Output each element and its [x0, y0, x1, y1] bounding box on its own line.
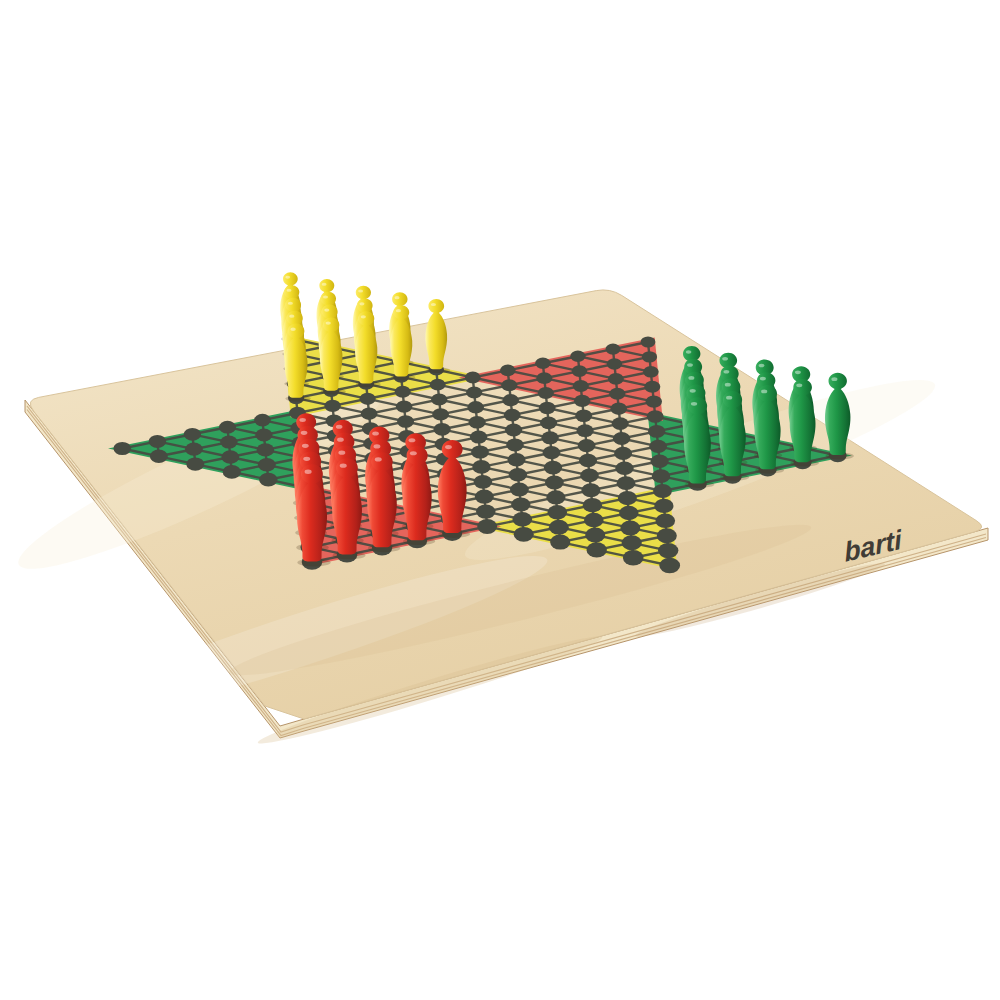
hole: [652, 469, 670, 483]
pawn-highlight: [287, 289, 292, 292]
pawn-highlight: [374, 444, 381, 448]
pawn-highlight: [687, 363, 693, 367]
pawn-highlight: [726, 396, 732, 400]
hole: [536, 372, 552, 384]
hole: [575, 410, 592, 423]
hole: [149, 435, 166, 448]
pawn-highlight: [302, 444, 309, 448]
hole: [477, 519, 497, 534]
pawn-highlight: [759, 364, 765, 368]
hole: [535, 358, 550, 369]
hole: [615, 462, 633, 476]
pawn-highlight: [288, 302, 293, 305]
hole: [470, 431, 487, 444]
hole: [656, 514, 676, 529]
hole: [434, 423, 451, 436]
hole: [646, 396, 662, 408]
hole: [618, 491, 637, 505]
hole: [506, 438, 524, 451]
pawn-highlight: [299, 418, 305, 422]
pawn-highlight: [323, 295, 328, 298]
pawn-highlight: [795, 371, 801, 375]
hole: [546, 490, 565, 504]
pawn-highlight: [322, 283, 327, 286]
hole: [544, 461, 562, 475]
hole: [475, 490, 494, 504]
hole: [184, 428, 201, 441]
pawn-highlight: [290, 328, 295, 331]
hole: [609, 388, 625, 400]
pawn-highlight: [796, 383, 802, 387]
hole: [504, 409, 521, 422]
pawn-highlight: [340, 463, 347, 467]
hole: [545, 476, 564, 490]
pawn-highlight: [760, 377, 766, 381]
pawn-highlight: [372, 431, 379, 435]
hole: [430, 379, 446, 391]
hole: [644, 381, 660, 393]
hole: [587, 542, 607, 557]
hole: [255, 429, 272, 442]
hole: [579, 454, 597, 467]
product-photo: barti: [0, 0, 1000, 1000]
hole: [468, 401, 484, 413]
hole: [513, 512, 533, 527]
pawn-highlight: [303, 457, 310, 461]
hole: [503, 394, 519, 406]
pawn-highlight: [445, 445, 452, 449]
hole: [577, 424, 594, 437]
hole: [185, 443, 203, 456]
pawn-highlight: [324, 308, 329, 311]
hole: [511, 497, 530, 511]
hole: [610, 403, 627, 415]
hole: [431, 393, 447, 405]
hole: [466, 386, 482, 398]
hole: [657, 528, 677, 543]
pawn-highlight: [831, 377, 837, 381]
pawn-highlight: [691, 402, 697, 406]
hole: [258, 458, 276, 471]
hole: [254, 414, 271, 427]
hole: [541, 431, 558, 444]
hole: [514, 527, 534, 542]
hole: [651, 455, 669, 468]
pawn-highlight: [722, 357, 728, 361]
hole: [574, 395, 590, 407]
hole: [361, 408, 378, 420]
hole: [223, 465, 241, 479]
hole: [508, 453, 526, 466]
hole: [114, 442, 132, 455]
hole: [573, 380, 589, 392]
pawn-highlight: [761, 390, 767, 394]
hole: [659, 558, 680, 574]
hole: [505, 424, 522, 437]
pawn-highlight: [358, 289, 363, 292]
hole: [540, 417, 557, 430]
pawn-highlight: [326, 321, 331, 324]
hole: [472, 460, 490, 474]
hole: [648, 425, 665, 438]
hole: [614, 447, 632, 460]
hole: [360, 393, 376, 405]
hole: [324, 400, 340, 412]
pawn-highlight: [289, 315, 294, 318]
pawn-highlight: [336, 425, 343, 429]
pawn-highlight: [396, 309, 401, 312]
hole: [647, 410, 664, 423]
hole: [465, 372, 481, 384]
hole: [642, 351, 657, 362]
hole: [617, 476, 636, 490]
scene: [0, 0, 1000, 1000]
game-board: [6, 290, 988, 752]
hole: [186, 457, 204, 470]
hole: [653, 484, 672, 498]
pawn-highlight: [725, 383, 731, 387]
pawn-highlight: [338, 451, 345, 455]
pawn-highlight: [686, 350, 692, 353]
hole: [510, 483, 529, 497]
hole: [578, 439, 596, 452]
pawn-highlight: [723, 370, 729, 374]
pawn-highlight: [301, 431, 308, 435]
hole: [469, 416, 486, 429]
hole: [606, 344, 621, 355]
hole: [220, 436, 237, 449]
hole: [476, 504, 495, 518]
hole: [641, 337, 656, 348]
hole: [471, 445, 489, 458]
hole: [550, 535, 570, 550]
pawn-highlight: [285, 276, 290, 279]
hole: [584, 513, 604, 528]
hole: [396, 400, 412, 412]
hole: [257, 443, 275, 456]
pawn-highlight: [305, 470, 312, 474]
hole: [548, 505, 567, 519]
pawn-highlight: [337, 438, 344, 442]
hole: [500, 365, 515, 377]
hole: [608, 373, 624, 385]
hole: [509, 468, 527, 482]
hole: [623, 550, 644, 565]
hole: [582, 483, 601, 497]
hole: [622, 535, 642, 550]
hole: [397, 415, 414, 428]
pawn-highlight: [690, 389, 696, 393]
hole: [549, 520, 569, 535]
pawn-highlight: [410, 451, 417, 455]
hole: [572, 365, 588, 377]
pawn-highlight: [431, 303, 436, 306]
pawn-highlight: [395, 296, 400, 299]
hole: [613, 432, 630, 445]
pawn-highlight: [409, 438, 416, 442]
hole: [643, 366, 659, 378]
hole: [658, 543, 678, 558]
hole: [580, 469, 598, 483]
hole: [649, 440, 667, 453]
pawn-highlight: [359, 302, 364, 305]
hole: [219, 421, 236, 434]
hole: [583, 498, 602, 512]
hole: [619, 506, 638, 520]
hole: [221, 450, 239, 463]
hole: [538, 387, 554, 399]
hole: [620, 521, 640, 536]
hole: [395, 386, 411, 398]
hole: [474, 475, 493, 489]
hole: [654, 499, 673, 513]
hole: [259, 473, 277, 487]
hole: [585, 528, 605, 543]
hole: [570, 351, 585, 362]
hole: [607, 358, 622, 369]
hole: [432, 408, 449, 420]
hole: [543, 446, 561, 459]
hole: [150, 450, 168, 463]
hole: [539, 402, 556, 414]
pawn-highlight: [688, 376, 694, 380]
hole: [501, 379, 517, 391]
hole: [612, 417, 629, 430]
pawn-highlight: [375, 457, 382, 461]
pawn-highlight: [361, 315, 366, 318]
